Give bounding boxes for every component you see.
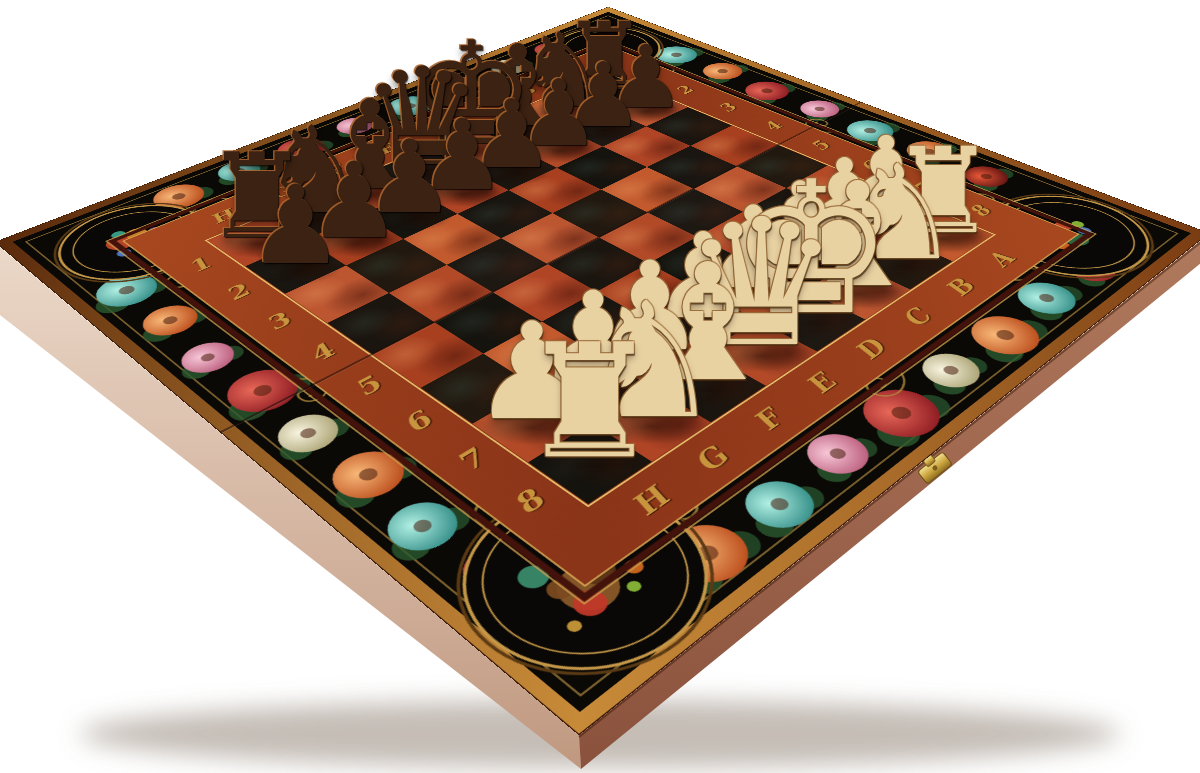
flower-orange [126,297,214,346]
flower-pink [789,423,886,487]
flower-teal [1002,273,1090,324]
flower-white [906,344,995,399]
chess-box-photo: 1122334455667788HHGGFFEEDDCCBBAA ♜♟♞♟♝♟♚… [0,0,1200,773]
flower-white [479,55,538,79]
